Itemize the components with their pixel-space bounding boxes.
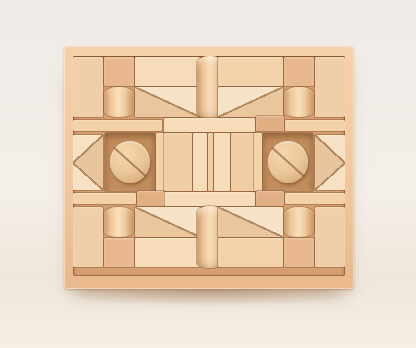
plank-v3	[208, 133, 213, 191]
cylinder-tr	[284, 87, 314, 117]
strip-right	[254, 133, 262, 191]
wide-rect-bl	[135, 238, 200, 267]
wide-rect-br	[218, 238, 283, 267]
wide-rect-tr	[218, 57, 283, 86]
rail-top-right	[285, 120, 345, 131]
cylinder-br	[284, 207, 314, 237]
square-br	[284, 238, 314, 267]
square-rail-bl	[137, 191, 164, 206]
plank-v1	[164, 133, 192, 191]
square-bl	[104, 238, 134, 267]
arrow-square-right	[315, 135, 345, 190]
cylinder-bl	[104, 207, 134, 237]
cylinder-tl	[104, 87, 134, 117]
ramp-pair-tr	[218, 87, 283, 117]
tall-rect-tl	[73, 57, 103, 117]
tall-rect-tr	[315, 57, 345, 117]
tall-rect-br	[315, 207, 345, 267]
drum-left	[105, 133, 155, 191]
ramp-pair-bl	[135, 207, 200, 237]
plank-bottom	[164, 192, 255, 206]
tall-rect-bl	[73, 207, 103, 267]
square-rail-tr	[256, 116, 284, 131]
drum-right	[263, 133, 313, 191]
rail-top-left	[73, 120, 162, 131]
plank-v4	[214, 133, 230, 191]
square-tl	[104, 57, 134, 86]
plank-v2	[193, 133, 207, 191]
arrow-square-left	[73, 135, 103, 190]
plank-top	[164, 118, 255, 132]
strip-left	[156, 133, 164, 191]
plank-v5	[231, 133, 255, 191]
tray-interior	[73, 56, 345, 276]
ramp-pair-br	[218, 207, 283, 237]
wooden-tray	[64, 46, 354, 289]
square-tr	[284, 57, 314, 86]
wide-rect-tl	[135, 57, 200, 86]
ramp-pair-tl	[135, 87, 200, 117]
square-rail-br	[256, 191, 284, 206]
rail-bottom-right	[285, 193, 345, 204]
rail-bottom-left	[73, 193, 136, 204]
